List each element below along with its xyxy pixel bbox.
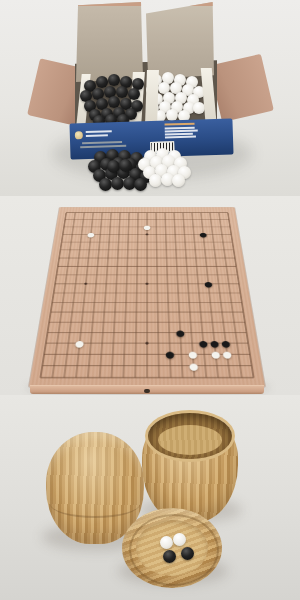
black-stone [128, 88, 140, 100]
go-bowls-photo [0, 395, 300, 600]
brand-logo-badge [75, 131, 83, 139]
brand-text-line [86, 130, 112, 132]
white-stone [149, 174, 162, 187]
black-stone [116, 86, 128, 98]
star-point [145, 342, 148, 345]
black-stone [108, 74, 120, 86]
go-set-product-photos: ●●●●●●●●●●●●●● [0, 0, 300, 600]
go-stone-white: ● [72, 336, 88, 351]
star-point [146, 283, 149, 285]
box-right-flap [209, 54, 274, 122]
folding-hinge [144, 389, 150, 393]
black-stone [134, 178, 147, 191]
bowl-inside-bottom [158, 425, 222, 455]
brand-text-line [86, 134, 108, 136]
label-text-line [165, 127, 195, 129]
go-stone-black: ● [197, 229, 210, 240]
cardboard-edge [76, 2, 143, 6]
go-board: ●●●●●●●●●●●●●● [29, 207, 265, 387]
box-left-lid [76, 2, 143, 82]
go-stone-black: ● [163, 346, 178, 362]
label-text-line [165, 136, 196, 138]
black-stone [99, 178, 112, 191]
black-stone [107, 160, 120, 173]
label-text-line [165, 133, 193, 135]
black-stone [111, 177, 124, 190]
star-point [146, 233, 149, 235]
go-board-photo: ●●●●●●●●●●●●●● [0, 196, 300, 395]
go-stone-black: ● [201, 278, 215, 291]
white-stone [172, 174, 185, 187]
go-stone-black: ● [173, 325, 188, 340]
white-stone [160, 536, 173, 549]
bowl-lid-seam [50, 490, 140, 518]
product-text-line [80, 145, 126, 148]
cardboard-edge [146, 2, 214, 6]
white-stone [173, 533, 186, 546]
black-stone [119, 159, 132, 172]
star-point [84, 283, 87, 285]
label-text-line [165, 123, 195, 126]
stone-box-photo [0, 0, 300, 196]
black-stone [163, 550, 176, 563]
go-stone-white: ● [141, 222, 153, 232]
go-stone-white: ● [84, 229, 97, 240]
black-stone [181, 547, 194, 560]
go-stone-white: ● [186, 358, 202, 374]
paper-liner [145, 70, 159, 124]
product-text-line [82, 141, 122, 144]
dish-inner-face [136, 520, 208, 576]
go-stone-white: ● [219, 346, 235, 362]
